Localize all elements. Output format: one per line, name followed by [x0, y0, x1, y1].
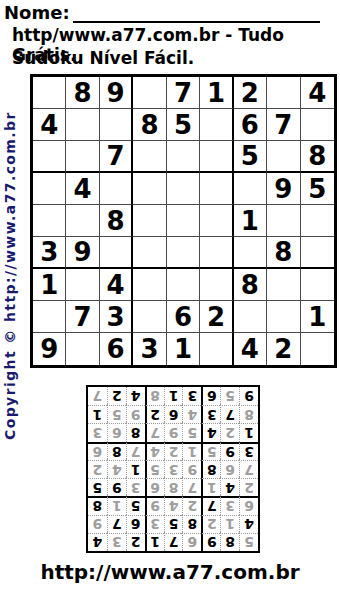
cell-r9c1: 9 [33, 333, 66, 365]
solution-cell-r6c8: 8 [107, 442, 126, 460]
cell-r2c3[interactable] [100, 109, 133, 141]
cell-r8c2: 7 [66, 301, 99, 333]
solution-cell-r5c1: 7 [239, 460, 258, 478]
cell-r3c7: 5 [234, 141, 267, 173]
cell-r1c3: 9 [100, 77, 133, 109]
cell-r7c6[interactable] [200, 269, 233, 301]
cell-r9c7: 4 [234, 333, 267, 365]
solution-cell-r1c3: 9 [201, 533, 220, 551]
cell-r7c1: 1 [33, 269, 66, 301]
solution-cell-r3c4: 2 [182, 496, 201, 514]
cell-r5c7: 1 [234, 205, 267, 237]
cell-r9c4: 3 [133, 333, 166, 365]
solution-cell-r4c3: 1 [201, 478, 220, 496]
cell-r1c6: 1 [200, 77, 233, 109]
solution-cell-r4c4: 7 [182, 478, 201, 496]
solution-cell-r5c9: 2 [88, 460, 107, 478]
solution-cell-r5c8: 4 [107, 460, 126, 478]
solution-cell-r4c8: 9 [107, 478, 126, 496]
solution-cell-r5c2: 6 [220, 460, 239, 478]
cell-r6c6[interactable] [200, 237, 233, 269]
cell-r3c9: 8 [301, 141, 334, 173]
cell-r2c1: 4 [33, 109, 66, 141]
cell-r1c9: 4 [301, 77, 334, 109]
solution-cell-r6c5: 2 [164, 442, 183, 460]
cell-r5c5[interactable] [167, 205, 200, 237]
solution-cell-r9c7: 4 [126, 387, 145, 405]
solution-cell-r9c8: 2 [107, 387, 126, 405]
cell-r4c1[interactable] [33, 173, 66, 205]
solution-cell-r8c3: 3 [201, 405, 220, 423]
solution-cell-r3c2: 3 [220, 496, 239, 514]
cell-r8c4[interactable] [133, 301, 166, 333]
cell-r4c6[interactable] [200, 173, 233, 205]
cell-r8c1[interactable] [33, 301, 66, 333]
solution-cell-r3c8: 1 [107, 496, 126, 514]
cell-r1c2: 8 [66, 77, 99, 109]
cell-r4c8: 9 [267, 173, 300, 205]
solution-cell-r2c4: 8 [182, 515, 201, 533]
cell-r4c5[interactable] [167, 173, 200, 205]
footer-url: http://www.a77.com.br [0, 560, 340, 584]
solution-cell-r3c1: 6 [239, 496, 258, 514]
solution-cell-r6c2: 9 [220, 442, 239, 460]
solution-cell-r9c2: 5 [220, 387, 239, 405]
cell-r2c7: 6 [234, 109, 267, 141]
name-label: Nome: [4, 2, 70, 23]
cell-r7c5[interactable] [167, 269, 200, 301]
cell-r2c5: 5 [167, 109, 200, 141]
cell-r8c7[interactable] [234, 301, 267, 333]
cell-r5c3: 8 [100, 205, 133, 237]
solution-cell-r2c7: 6 [126, 515, 145, 533]
cell-r6c8: 8 [267, 237, 300, 269]
solution-cell-r4c2: 4 [220, 478, 239, 496]
cell-r7c7: 8 [234, 269, 267, 301]
cell-r7c2[interactable] [66, 269, 99, 301]
solution-cell-r2c5: 5 [164, 515, 183, 533]
solution-cell-r2c2: 1 [220, 515, 239, 533]
solution-cell-r3c5: 4 [164, 496, 183, 514]
cell-r6c2: 9 [66, 237, 99, 269]
solution-cell-r4c5: 8 [164, 478, 183, 496]
solution-cell-r7c1: 1 [239, 423, 258, 441]
solution-cell-r6c1: 3 [239, 442, 258, 460]
solution-cell-r6c3: 5 [201, 442, 220, 460]
cell-r8c6: 2 [200, 301, 233, 333]
cell-r5c6[interactable] [200, 205, 233, 237]
solution-cell-r3c6: 9 [145, 496, 164, 514]
solution-cell-r4c6: 6 [145, 478, 164, 496]
name-row: Nome: [4, 2, 320, 23]
solution-cell-r3c9: 8 [88, 496, 107, 514]
cell-r9c2[interactable] [66, 333, 99, 365]
solution-cell-r8c9: 1 [88, 405, 107, 423]
solution-cell-r7c7: 8 [126, 423, 145, 441]
cell-r2c6[interactable] [200, 109, 233, 141]
solution-cell-r7c4: 5 [182, 423, 201, 441]
cell-r4c7[interactable] [234, 173, 267, 205]
cell-r3c5[interactable] [167, 141, 200, 173]
solution-cell-r6c4: 1 [182, 442, 201, 460]
cell-r2c4: 8 [133, 109, 166, 141]
solution-cell-r7c2: 2 [220, 423, 239, 441]
solution-cell-r9c1: 9 [239, 387, 258, 405]
cell-r6c7[interactable] [234, 237, 267, 269]
solution-cell-r7c8: 6 [107, 423, 126, 441]
solution-cell-r5c6: 5 [145, 460, 164, 478]
cell-r3c3: 7 [100, 141, 133, 173]
solution-cell-r4c1: 2 [239, 478, 258, 496]
solution-cell-r1c5: 7 [164, 533, 183, 551]
solution-cell-r1c9: 4 [88, 533, 107, 551]
cell-r9c9[interactable] [301, 333, 334, 365]
solution-cell-r6c6: 4 [145, 442, 164, 460]
cell-r3c1[interactable] [33, 141, 66, 173]
cell-r6c1: 3 [33, 237, 66, 269]
cell-r8c9: 1 [301, 301, 334, 333]
cell-r6c9[interactable] [301, 237, 334, 269]
solution-cell-r5c7: 1 [126, 460, 145, 478]
solution-cell-r1c2: 8 [220, 533, 239, 551]
cell-r3c4[interactable] [133, 141, 166, 173]
cell-r7c9[interactable] [301, 269, 334, 301]
cell-r6c3[interactable] [100, 237, 133, 269]
solution-cell-r1c4: 6 [182, 533, 201, 551]
solution-cell-r9c3: 6 [201, 387, 220, 405]
solution-cell-r4c9: 5 [88, 478, 107, 496]
cell-r4c2: 4 [66, 173, 99, 205]
cell-r9c8: 2 [267, 333, 300, 365]
cell-r5c4[interactable] [133, 205, 166, 237]
solution-cell-r6c9: 6 [88, 442, 107, 460]
solution-cell-r8c6: 2 [145, 405, 164, 423]
cell-r2c9[interactable] [301, 109, 334, 141]
solution-cell-r1c6: 1 [145, 533, 164, 551]
solution-cell-r1c7: 2 [126, 533, 145, 551]
cell-r1c8[interactable] [267, 77, 300, 109]
solution-cell-r8c8: 5 [107, 405, 126, 423]
cell-r1c4[interactable] [133, 77, 166, 109]
solution-cell-r2c9: 9 [88, 515, 107, 533]
solution-cell-r3c7: 5 [126, 496, 145, 514]
solution-cell-r2c8: 7 [107, 515, 126, 533]
cell-r4c9: 5 [301, 173, 334, 205]
cell-r7c3: 4 [100, 269, 133, 301]
solution-cell-r1c8: 3 [107, 533, 126, 551]
cell-r3c8[interactable] [267, 141, 300, 173]
cell-r9c3: 6 [100, 333, 133, 365]
solution-cell-r9c9: 7 [88, 387, 107, 405]
cell-r2c8: 7 [267, 109, 300, 141]
cell-r4c3[interactable] [100, 173, 133, 205]
cell-r5c9[interactable] [301, 205, 334, 237]
cell-r7c4[interactable] [133, 269, 166, 301]
cell-r5c2[interactable] [66, 205, 99, 237]
cell-r1c5: 7 [167, 77, 200, 109]
sudoku-grid: 897124485677584958139814873621963142 [30, 74, 337, 368]
solution-cell-r2c6: 3 [145, 515, 164, 533]
cell-r6c4[interactable] [133, 237, 166, 269]
cell-r3c6[interactable] [200, 141, 233, 173]
solution-cell-r8c1: 8 [239, 405, 258, 423]
solution-cell-r7c9: 3 [88, 423, 107, 441]
solution-cell-r7c5: 9 [164, 423, 183, 441]
copyright-vertical-text: Copyright © http://www.a77.com.br [2, 82, 18, 440]
cell-r8c8[interactable] [267, 301, 300, 333]
solution-cell-r8c2: 7 [220, 405, 239, 423]
solution-cell-r4c7: 3 [126, 478, 145, 496]
solution-cell-r1c1: 5 [239, 533, 258, 551]
solution-cell-r6c7: 7 [126, 442, 145, 460]
cell-r7c8[interactable] [267, 269, 300, 301]
solution-grid-rotated: 5896712344128536796372495182417863957689… [86, 385, 260, 553]
cell-r5c8[interactable] [267, 205, 300, 237]
solution-cell-r2c3: 2 [201, 515, 220, 533]
sudoku-printable-page: Nome: http/www.a77.com.br - Tudo Grátis.… [0, 0, 340, 596]
puzzle-level-title: Sudoku Nível Fácil. [12, 48, 194, 68]
solution-cell-r2c1: 4 [239, 515, 258, 533]
cell-r9c5: 1 [167, 333, 200, 365]
cell-r2c2[interactable] [66, 109, 99, 141]
solution-cell-r7c6: 7 [145, 423, 164, 441]
solution-cell-r8c4: 4 [182, 405, 201, 423]
cell-r4c4[interactable] [133, 173, 166, 205]
solution-cell-r8c5: 6 [164, 405, 183, 423]
name-input-line[interactable] [73, 4, 320, 23]
solution-cell-r5c4: 9 [182, 460, 201, 478]
solution-cell-r9c6: 8 [145, 387, 164, 405]
solution-cell-r9c5: 1 [164, 387, 183, 405]
solution-cell-r7c3: 4 [201, 423, 220, 441]
solution-cell-r9c4: 3 [182, 387, 201, 405]
cell-r1c1[interactable] [33, 77, 66, 109]
cell-r6c5[interactable] [167, 237, 200, 269]
solution-cell-r5c3: 8 [201, 460, 220, 478]
cell-r3c2[interactable] [66, 141, 99, 173]
solution-cell-r5c5: 3 [164, 460, 183, 478]
solution-cell-r3c3: 7 [201, 496, 220, 514]
cell-r8c3: 3 [100, 301, 133, 333]
cell-r9c6[interactable] [200, 333, 233, 365]
cell-r1c7: 2 [234, 77, 267, 109]
cell-r5c1[interactable] [33, 205, 66, 237]
solution-cell-r8c7: 9 [126, 405, 145, 423]
cell-r8c5: 6 [167, 301, 200, 333]
